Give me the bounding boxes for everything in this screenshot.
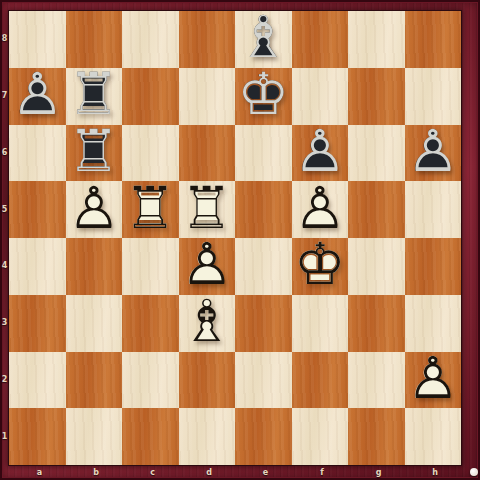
square-a4[interactable] (9, 238, 66, 295)
white-rook[interactable]: ♜♖ (122, 181, 179, 238)
chess-board: ♝♗♟♙♜♖♚♔♜♖♟♙♟♙♟♙♜♖♜♖♟♙♟♙♚♔♝♗♟♙ (9, 11, 461, 465)
file-label-f: f (294, 466, 351, 479)
white-pawn[interactable]: ♟♙ (405, 352, 462, 409)
square-h2[interactable]: ♟♙ (405, 352, 462, 409)
rank-label-2: 2 (0, 375, 9, 385)
piece-outline-glyph: ♔ (237, 65, 289, 123)
square-a1[interactable] (9, 408, 66, 465)
file-label-h: h (407, 466, 464, 479)
square-e4[interactable] (235, 238, 292, 295)
square-h1[interactable] (405, 408, 462, 465)
rank-label-1: 1 (0, 432, 9, 442)
square-h4[interactable] (405, 238, 462, 295)
square-f1[interactable] (292, 408, 349, 465)
piece-outline-glyph: ♖ (68, 122, 120, 180)
square-a5[interactable] (9, 181, 66, 238)
chess-diagram: ♝♗♟♙♜♖♚♔♜♖♟♙♟♙♟♙♜♖♜♖♟♙♟♙♚♔♝♗♟♙ 87654321 … (0, 0, 480, 480)
square-c2[interactable] (122, 352, 179, 409)
square-e6[interactable] (235, 125, 292, 182)
square-h5[interactable] (405, 181, 462, 238)
rank-label-8: 8 (0, 34, 9, 44)
square-e5[interactable] (235, 181, 292, 238)
piece-outline-glyph: ♗ (181, 292, 233, 350)
piece-outline-glyph: ♙ (294, 122, 346, 180)
square-c5[interactable]: ♜♖ (122, 181, 179, 238)
piece-outline-glyph: ♙ (407, 122, 459, 180)
square-a3[interactable] (9, 295, 66, 352)
piece-outline-glyph: ♖ (68, 65, 120, 123)
file-label-d: d (181, 466, 238, 479)
square-f3[interactable] (292, 295, 349, 352)
square-b4[interactable] (66, 238, 123, 295)
piece-outline-glyph: ♙ (181, 235, 233, 293)
file-label-b: b (68, 466, 125, 479)
square-a2[interactable] (9, 352, 66, 409)
piece-outline-glyph: ♙ (294, 178, 346, 236)
piece-outline-glyph: ♔ (294, 235, 346, 293)
white-to-move-indicator (470, 468, 478, 476)
square-g7[interactable] (348, 68, 405, 125)
square-g5[interactable] (348, 181, 405, 238)
piece-outline-glyph: ♙ (11, 65, 63, 123)
square-d7[interactable] (179, 68, 236, 125)
square-g8[interactable] (348, 11, 405, 68)
piece-outline-glyph: ♖ (124, 178, 176, 236)
square-b2[interactable] (66, 352, 123, 409)
rank-label-4: 4 (0, 261, 9, 271)
piece-outline-glyph: ♖ (181, 178, 233, 236)
square-a6[interactable] (9, 125, 66, 182)
square-a7[interactable]: ♟♙ (9, 68, 66, 125)
black-king[interactable]: ♚♔ (235, 68, 292, 125)
piece-outline-glyph: ♗ (237, 8, 289, 66)
square-c4[interactable] (122, 238, 179, 295)
white-bishop[interactable]: ♝♗ (179, 295, 236, 352)
square-f8[interactable] (292, 11, 349, 68)
file-label-a: a (11, 466, 68, 479)
square-c7[interactable] (122, 68, 179, 125)
square-e3[interactable] (235, 295, 292, 352)
black-pawn[interactable]: ♟♙ (9, 68, 66, 125)
square-f2[interactable] (292, 352, 349, 409)
square-d1[interactable] (179, 408, 236, 465)
black-pawn[interactable]: ♟♙ (405, 125, 462, 182)
square-e1[interactable] (235, 408, 292, 465)
square-b3[interactable] (66, 295, 123, 352)
square-d3[interactable]: ♝♗ (179, 295, 236, 352)
square-e7[interactable]: ♚♔ (235, 68, 292, 125)
rank-label-6: 6 (0, 148, 9, 158)
square-g6[interactable] (348, 125, 405, 182)
square-h6[interactable]: ♟♙ (405, 125, 462, 182)
white-pawn[interactable]: ♟♙ (66, 181, 123, 238)
square-c3[interactable] (122, 295, 179, 352)
square-f4[interactable]: ♚♔ (292, 238, 349, 295)
square-b5[interactable]: ♟♙ (66, 181, 123, 238)
piece-outline-glyph: ♙ (407, 349, 459, 407)
square-g1[interactable] (348, 408, 405, 465)
file-label-c: c (124, 466, 181, 479)
square-b1[interactable] (66, 408, 123, 465)
rank-label-7: 7 (0, 91, 9, 101)
square-c8[interactable] (122, 11, 179, 68)
file-label-e: e (237, 466, 294, 479)
rank-label-5: 5 (0, 205, 9, 215)
square-h8[interactable] (405, 11, 462, 68)
white-king[interactable]: ♚♔ (292, 238, 349, 295)
square-d2[interactable] (179, 352, 236, 409)
square-e2[interactable] (235, 352, 292, 409)
square-g3[interactable] (348, 295, 405, 352)
file-label-g: g (350, 466, 407, 479)
piece-outline-glyph: ♙ (68, 178, 120, 236)
square-g4[interactable] (348, 238, 405, 295)
square-g2[interactable] (348, 352, 405, 409)
square-c1[interactable] (122, 408, 179, 465)
rank-label-3: 3 (0, 318, 9, 328)
square-d8[interactable] (179, 11, 236, 68)
